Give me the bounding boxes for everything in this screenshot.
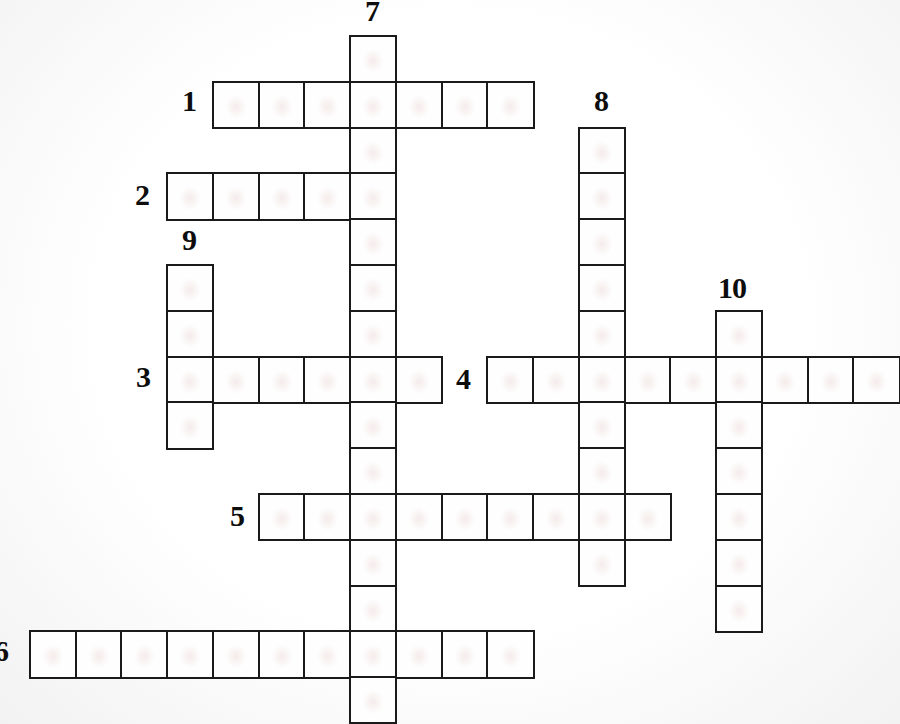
crossword-cell-r1c5[interactable]: [258, 81, 306, 129]
crossword-cell-r3c7[interactable]: [349, 172, 397, 220]
crossword-cell-r10c5[interactable]: [258, 493, 306, 541]
clue-number-3: 3: [136, 362, 150, 392]
crossword-cell-r10c9[interactable]: [441, 493, 489, 541]
crossword-cell-r13c10[interactable]: [486, 630, 534, 678]
crossword-cell-r7c16[interactable]: [761, 356, 809, 404]
crossword-cell-r6c3[interactable]: [166, 310, 214, 358]
crossword-cell-r14c7[interactable]: [349, 676, 397, 724]
clue-number-7: 7: [365, 0, 379, 26]
crossword-cell-r13c4[interactable]: [212, 630, 260, 678]
crossword-cell-r13c2[interactable]: [120, 630, 168, 678]
crossword-cell-r9c15[interactable]: [715, 447, 763, 495]
crossword-cell-r11c15[interactable]: [715, 539, 763, 587]
crossword-cell-r7c18[interactable]: [852, 356, 900, 404]
crossword-cell-r4c7[interactable]: [349, 218, 397, 266]
crossword-cell-r7c8[interactable]: [395, 356, 443, 404]
crossword-cell-r6c15[interactable]: [715, 310, 763, 358]
crossword-cell-r8c7[interactable]: [349, 401, 397, 449]
crossword-cell-r13c5[interactable]: [258, 630, 306, 678]
crossword-cell-r13c9[interactable]: [441, 630, 489, 678]
crossword-cell-r1c9[interactable]: [441, 81, 489, 129]
crossword-cell-r12c7[interactable]: [349, 585, 397, 633]
crossword-cell-r7c13[interactable]: [624, 356, 672, 404]
crossword-cell-r10c8[interactable]: [395, 493, 443, 541]
clue-number-9: 9: [182, 225, 196, 255]
crossword-cell-r11c12[interactable]: [578, 539, 626, 587]
crossword-cell-r3c3[interactable]: [166, 172, 214, 220]
crossword-cell-r0c7[interactable]: [349, 35, 397, 83]
crossword-cell-r3c5[interactable]: [258, 172, 306, 220]
clue-number-5: 5: [230, 501, 244, 531]
crossword-cell-r2c12[interactable]: [578, 127, 626, 175]
crossword-cell-r13c1[interactable]: [75, 630, 123, 678]
crossword-cell-r7c11[interactable]: [532, 356, 580, 404]
crossword-cell-r7c17[interactable]: [807, 356, 855, 404]
clue-number-4: 4: [456, 364, 470, 394]
crossword-cell-r13c8[interactable]: [395, 630, 443, 678]
crossword-cell-r13c0[interactable]: [29, 630, 77, 678]
clue-number-8: 8: [594, 86, 608, 116]
crossword-cell-r3c6[interactable]: [303, 172, 351, 220]
crossword-cell-r5c12[interactable]: [578, 264, 626, 312]
crossword-cell-r5c7[interactable]: [349, 264, 397, 312]
crossword-cell-r8c3[interactable]: [166, 401, 214, 449]
crossword-cell-r10c7[interactable]: [349, 493, 397, 541]
crossword-cell-r9c7[interactable]: [349, 447, 397, 495]
crossword-cell-r1c7[interactable]: [349, 81, 397, 129]
crossword-cell-r1c6[interactable]: [303, 81, 351, 129]
crossword-cell-r7c12[interactable]: [578, 356, 626, 404]
crossword-cell-r8c12[interactable]: [578, 401, 626, 449]
crossword-cell-r7c7[interactable]: [349, 356, 397, 404]
clue-number-1: 1: [182, 86, 196, 116]
crossword-board: 71829103456: [0, 0, 900, 724]
crossword-cell-r7c5[interactable]: [258, 356, 306, 404]
clue-number-10: 10: [718, 273, 746, 303]
crossword-cell-r12c15[interactable]: [715, 585, 763, 633]
crossword-cell-r10c13[interactable]: [624, 493, 672, 541]
crossword-cell-r1c10[interactable]: [486, 81, 534, 129]
crossword-cell-r7c10[interactable]: [486, 356, 534, 404]
crossword-cell-r8c15[interactable]: [715, 401, 763, 449]
crossword-cell-r7c3[interactable]: [166, 356, 214, 404]
crossword-cell-r7c14[interactable]: [669, 356, 717, 404]
crossword-cell-r13c3[interactable]: [166, 630, 214, 678]
crossword-cell-r11c7[interactable]: [349, 539, 397, 587]
crossword-cell-r10c12[interactable]: [578, 493, 626, 541]
crossword-cell-r3c4[interactable]: [212, 172, 260, 220]
crossword-cell-r10c11[interactable]: [532, 493, 580, 541]
crossword-cell-r13c6[interactable]: [303, 630, 351, 678]
crossword-cell-r9c12[interactable]: [578, 447, 626, 495]
crossword-cell-r3c12[interactable]: [578, 172, 626, 220]
crossword-cell-r10c6[interactable]: [303, 493, 351, 541]
crossword-cell-r6c7[interactable]: [349, 310, 397, 358]
crossword-cell-r7c4[interactable]: [212, 356, 260, 404]
crossword-cell-r7c15[interactable]: [715, 356, 763, 404]
clue-number-6: 6: [0, 636, 8, 666]
clue-number-2: 2: [135, 180, 149, 210]
crossword-cell-r1c4[interactable]: [212, 81, 260, 129]
crossword-cell-r4c12[interactable]: [578, 218, 626, 266]
crossword-cell-r13c7[interactable]: [349, 630, 397, 678]
crossword-cell-r2c7[interactable]: [349, 127, 397, 175]
crossword-cell-r1c8[interactable]: [395, 81, 443, 129]
crossword-cell-r10c15[interactable]: [715, 493, 763, 541]
crossword-cell-r6c12[interactable]: [578, 310, 626, 358]
crossword-cell-r7c6[interactable]: [303, 356, 351, 404]
crossword-cell-r5c3[interactable]: [166, 264, 214, 312]
crossword-cell-r10c10[interactable]: [486, 493, 534, 541]
